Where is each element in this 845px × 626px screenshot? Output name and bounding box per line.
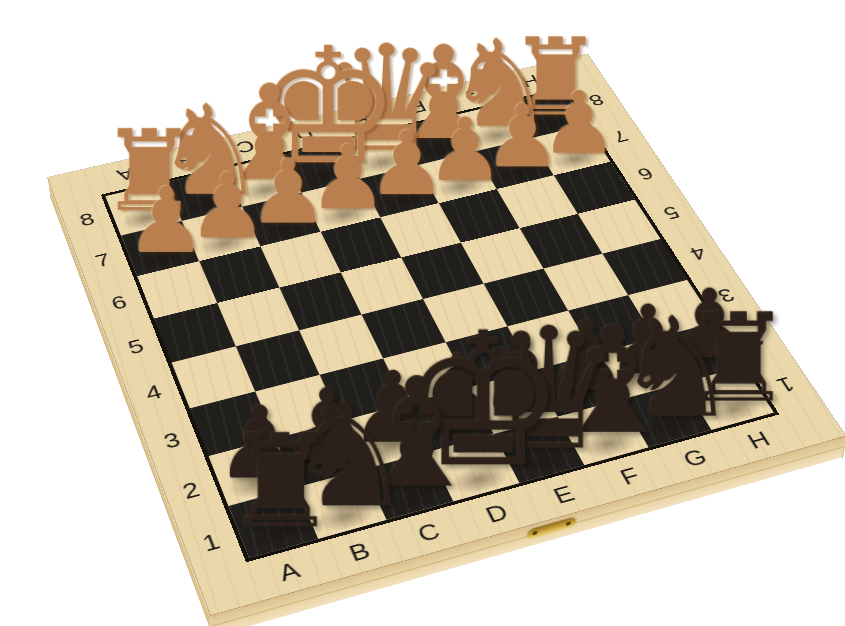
file-label-e-top: E	[350, 111, 373, 129]
file-label-c-bottom: C	[414, 519, 443, 545]
piece-shadow	[547, 377, 615, 414]
rank-label-6-left: 6	[108, 292, 129, 312]
file-label-g-bottom: G	[678, 445, 710, 470]
file-label-e-bottom: E	[549, 482, 577, 507]
rank-label-6-right: 6	[634, 165, 656, 183]
file-label-b-top: B	[174, 151, 196, 169]
piece-shadow	[610, 360, 678, 396]
rank-label-8-right: 8	[585, 92, 606, 109]
rank-label-2-left: 2	[179, 478, 202, 502]
rank-label-4-right: 4	[686, 244, 710, 264]
rank-label-3-right: 3	[713, 285, 737, 305]
photo-scene: ABCDEFGH ABCDEFGH 87654321 87654321 ♜♞♝♚…	[0, 0, 845, 626]
rank-label-1-left: 1	[199, 530, 223, 555]
board-frame: ABCDEFGH ABCDEFGH 87654321 87654321 ♜♞♝♚…	[47, 54, 844, 615]
square-e4	[423, 284, 507, 343]
piece-shadow	[314, 198, 376, 229]
file-label-h-top: H	[517, 73, 541, 90]
file-label-a-top: A	[114, 165, 136, 184]
file-label-b-bottom: B	[345, 539, 373, 565]
rank-label-7-right: 7	[609, 128, 631, 145]
file-label-f-bottom: F	[616, 464, 643, 488]
piece-shadow	[193, 226, 255, 258]
file-label-d-bottom: D	[482, 500, 512, 526]
rank-label-1-right: 1	[772, 374, 798, 396]
piece-shadow	[420, 411, 488, 449]
rank-label-2-right: 2	[742, 329, 767, 350]
rank-label-5-right: 5	[659, 204, 682, 223]
file-label-f-top: F	[407, 98, 429, 115]
rank-label-4-left: 4	[142, 381, 164, 403]
rank-label-3-left: 3	[160, 429, 182, 452]
file-label-c-top: C	[233, 138, 257, 157]
file-label-a-bottom: A	[275, 558, 302, 585]
rank-label-7-left: 7	[92, 250, 112, 270]
rank-label-8-left: 8	[77, 210, 97, 229]
file-label-g-top: G	[461, 85, 487, 103]
file-label-h-bottom: H	[743, 428, 773, 452]
rank-label-5-left: 5	[125, 336, 146, 357]
file-label-d-top: D	[291, 124, 315, 142]
chess-board: ABCDEFGH ABCDEFGH 87654321 87654321 ♜♞♝♚…	[47, 54, 844, 615]
